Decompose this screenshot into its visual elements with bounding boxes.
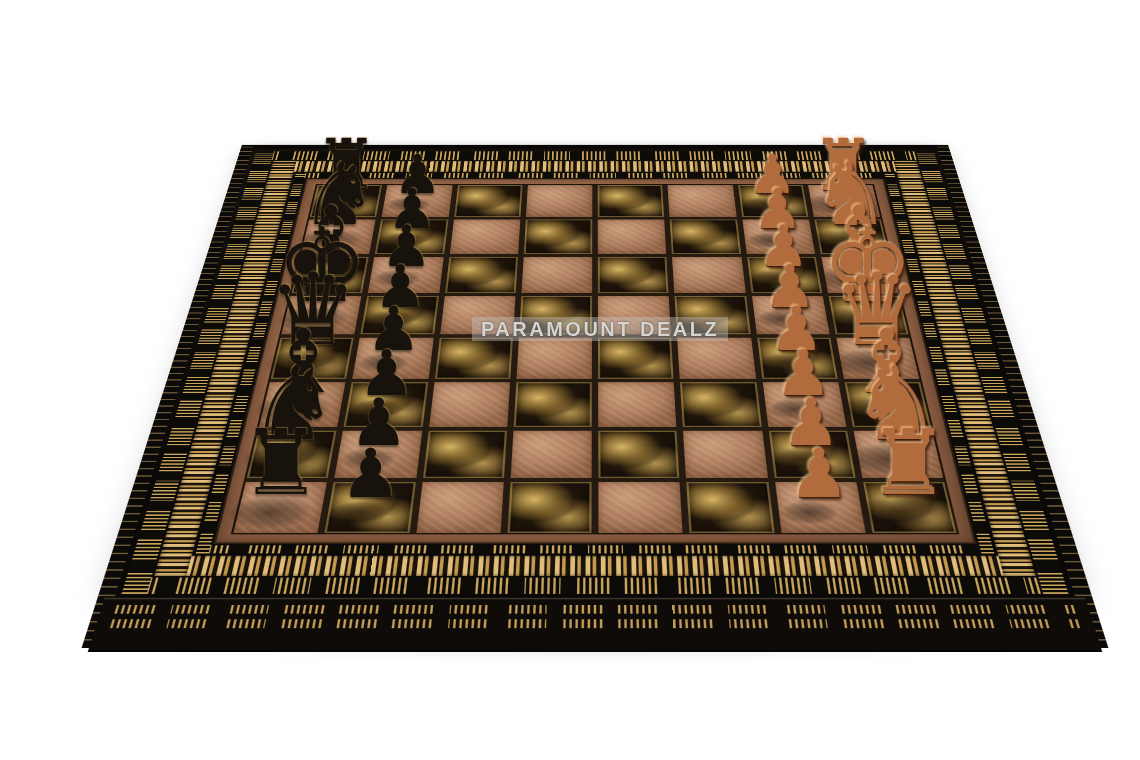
square-h4[interactable] xyxy=(598,185,665,217)
border-inner-band-bottom xyxy=(196,545,995,553)
square-c4[interactable] xyxy=(598,382,676,426)
square-c5[interactable] xyxy=(513,382,591,426)
square-f4[interactable] xyxy=(598,256,669,292)
square-d4[interactable] xyxy=(598,338,674,379)
black-pawn-a7[interactable]: ♟ xyxy=(301,440,441,508)
square-b4[interactable] xyxy=(598,430,679,477)
square-f5[interactable] xyxy=(521,256,592,292)
border-ladder-band-bottom xyxy=(154,556,1036,576)
box-front-side xyxy=(88,598,1103,653)
square-a4[interactable] xyxy=(598,482,682,533)
square-b5[interactable] xyxy=(510,430,591,477)
product-photo-scene: ♜♞♝♚♛♝♞♜♟♟♟♟♟♟♟♟♟♟♟♟♟♟♟♟♜♞♝♚♛♝♞♜ PARAMOU… xyxy=(0,0,1140,760)
front-stitch-row xyxy=(114,605,1075,614)
chess-board-3d xyxy=(0,0,1140,760)
watermark: PARAMOUNT DEALZ xyxy=(472,317,728,341)
square-g4[interactable] xyxy=(598,220,667,254)
square-h5[interactable] xyxy=(526,185,593,217)
square-d5[interactable] xyxy=(516,338,592,379)
square-g5[interactable] xyxy=(524,220,593,254)
front-stitch-row xyxy=(110,619,1080,628)
copper-rook-a1[interactable]: ♜ xyxy=(839,418,979,509)
square-a5[interactable] xyxy=(507,482,591,533)
border-stitch-band-bottom xyxy=(122,578,1069,594)
